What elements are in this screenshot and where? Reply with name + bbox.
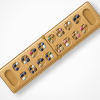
stone [65, 42, 70, 47]
stone [32, 48, 37, 53]
stone [14, 67, 19, 72]
stone [75, 14, 80, 19]
stone [82, 29, 87, 34]
stone [33, 67, 38, 72]
stone [39, 57, 44, 62]
stone [31, 53, 36, 58]
mancala-board [0, 0, 100, 94]
stone [22, 71, 27, 76]
stone [22, 76, 27, 81]
stone [25, 57, 30, 62]
stone [66, 26, 71, 31]
stone [82, 23, 87, 28]
stone [76, 33, 81, 38]
stone [38, 63, 43, 68]
stone [49, 39, 54, 44]
stone [50, 34, 55, 39]
stone [75, 20, 80, 25]
photo-background [0, 0, 100, 100]
stone [15, 61, 20, 66]
stone [59, 46, 64, 51]
stone [66, 37, 71, 42]
